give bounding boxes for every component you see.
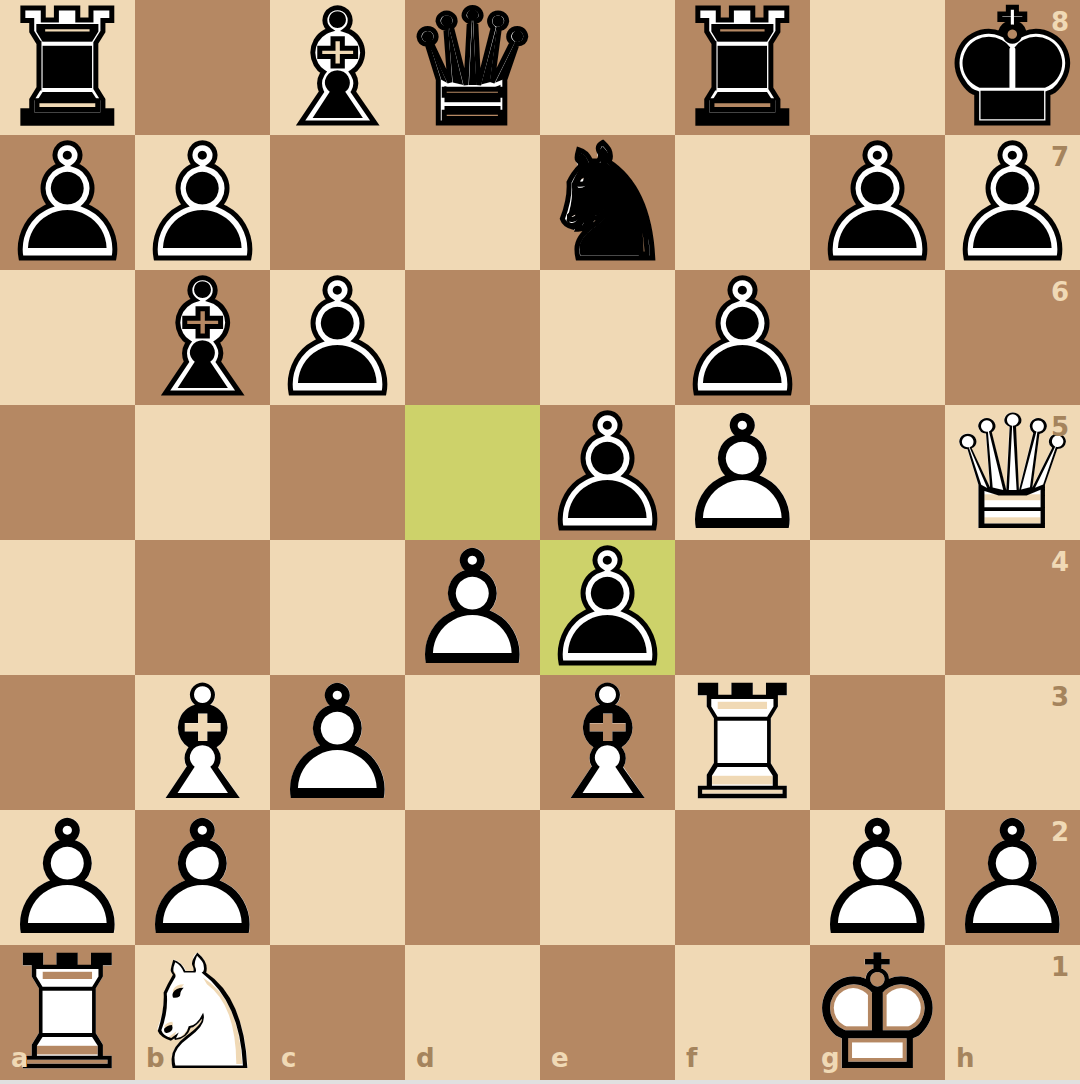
square-e3[interactable]: ♝♗ (540, 675, 675, 810)
square-d7[interactable] (405, 135, 540, 270)
piece-glyph-layer: ♝ (135, 270, 270, 405)
chess-board: ♜♖♜♝♗♝♛♕♛♜♖♜♚♔♚8♟♙♟♟♙♟♞♘♞♟♙♟♟♙♟7♝♗♝♟♙♟♟♙… (0, 0, 1080, 1080)
piece-glyph-layer: ♔ (810, 945, 945, 1080)
piece-glyph-layer: ♙ (675, 270, 810, 405)
square-b4[interactable] (135, 540, 270, 675)
square-c1[interactable]: c (270, 945, 405, 1080)
piece-glyph-layer: ♟ (540, 405, 675, 540)
white-pawn-piece[interactable]: ♟♙ (810, 810, 945, 945)
square-d3[interactable] (405, 675, 540, 810)
white-rook-piece[interactable]: ♜♖ (0, 945, 135, 1080)
black-queen-piece[interactable]: ♛♕♛ (405, 0, 540, 135)
square-h4[interactable]: 4 (945, 540, 1080, 675)
piece-glyph-layer: ♞ (540, 135, 675, 270)
piece-glyph-layer: ♝ (135, 675, 270, 810)
piece-glyph-layer: ♟ (810, 135, 945, 270)
square-e7[interactable]: ♞♘♞ (540, 135, 675, 270)
piece-glyph-layer: ♜ (675, 0, 810, 135)
piece-glyph-layer: ♙ (0, 135, 135, 270)
piece-glyph-layer: ♟ (675, 270, 810, 405)
file-coordinate-h: h (956, 1045, 975, 1071)
black-pawn-piece[interactable]: ♟♙♟ (810, 135, 945, 270)
piece-glyph-layer: ♞ (540, 135, 675, 270)
piece-glyph-layer: ♙ (675, 405, 810, 540)
piece-glyph-layer: ♛ (945, 405, 1080, 540)
piece-glyph-layer: ♟ (270, 675, 405, 810)
square-a4[interactable] (0, 540, 135, 675)
square-d4[interactable]: ♟♙ (405, 540, 540, 675)
piece-glyph-layer: ♙ (810, 135, 945, 270)
piece-glyph-layer: ♟ (540, 405, 675, 540)
piece-glyph-layer: ♖ (0, 945, 135, 1080)
piece-glyph-layer: ♟ (675, 270, 810, 405)
piece-glyph-layer: ♚ (810, 945, 945, 1080)
square-b2[interactable]: ♟♙ (135, 810, 270, 945)
square-f8[interactable]: ♜♖♜ (675, 0, 810, 135)
piece-glyph-layer: ♛ (405, 0, 540, 135)
square-f7[interactable] (675, 135, 810, 270)
square-e6[interactable] (540, 270, 675, 405)
piece-glyph-layer: ♟ (945, 135, 1080, 270)
black-king-piece[interactable]: ♚♔♚ (945, 0, 1080, 135)
square-d8[interactable]: ♛♕♛ (405, 0, 540, 135)
black-knight-piece[interactable]: ♞♘♞ (540, 135, 675, 270)
black-pawn-piece[interactable]: ♟♙♟ (945, 135, 1080, 270)
square-b6[interactable]: ♝♗♝ (135, 270, 270, 405)
piece-glyph-layer: ♝ (135, 270, 270, 405)
rank-coordinate-6: 6 (1051, 279, 1069, 305)
piece-glyph-layer: ♟ (0, 810, 135, 945)
square-h8[interactable]: ♚♔♚8 (945, 0, 1080, 135)
piece-glyph-layer: ♗ (135, 270, 270, 405)
piece-glyph-layer: ♙ (135, 135, 270, 270)
square-c4[interactable] (270, 540, 405, 675)
piece-glyph-layer: ♟ (945, 810, 1080, 945)
piece-glyph-layer: ♟ (135, 810, 270, 945)
file-coordinate-d: d (416, 1045, 435, 1071)
piece-glyph-layer: ♝ (540, 675, 675, 810)
square-d1[interactable]: d (405, 945, 540, 1080)
piece-glyph-layer: ♙ (945, 135, 1080, 270)
square-f1[interactable]: f (675, 945, 810, 1080)
white-bishop-piece[interactable]: ♝♗ (540, 675, 675, 810)
piece-glyph-layer: ♟ (135, 135, 270, 270)
piece-glyph-layer: ♖ (0, 0, 135, 135)
piece-glyph-layer: ♙ (810, 810, 945, 945)
white-queen-piece[interactable]: ♛♕ (945, 405, 1080, 540)
piece-glyph-layer: ♟ (270, 270, 405, 405)
square-g7[interactable]: ♟♙♟ (810, 135, 945, 270)
piece-glyph-layer: ♟ (810, 810, 945, 945)
square-g6[interactable] (810, 270, 945, 405)
square-f5[interactable]: ♟♙ (675, 405, 810, 540)
square-b8[interactable] (135, 0, 270, 135)
square-c5[interactable] (270, 405, 405, 540)
piece-glyph-layer: ♜ (0, 0, 135, 135)
rank-coordinate-1: 1 (1051, 954, 1069, 980)
white-pawn-piece[interactable]: ♟♙ (945, 810, 1080, 945)
piece-glyph-layer: ♚ (945, 0, 1080, 135)
black-rook-piece[interactable]: ♜♖♜ (0, 0, 135, 135)
square-a6[interactable] (0, 270, 135, 405)
square-b3[interactable]: ♝♗ (135, 675, 270, 810)
piece-glyph-layer: ♘ (540, 135, 675, 270)
piece-glyph-layer: ♜ (675, 675, 810, 810)
square-e8[interactable] (540, 0, 675, 135)
square-c3[interactable]: ♟♙ (270, 675, 405, 810)
black-rook-piece[interactable]: ♜♖♜ (675, 0, 810, 135)
piece-glyph-layer: ♟ (0, 135, 135, 270)
file-coordinate-c: c (281, 1045, 296, 1071)
square-g4[interactable] (810, 540, 945, 675)
piece-glyph-layer: ♙ (945, 810, 1080, 945)
square-e5[interactable]: ♟♙♟ (540, 405, 675, 540)
square-g1[interactable]: ♚♔g (810, 945, 945, 1080)
square-a1[interactable]: ♜♖a (0, 945, 135, 1080)
piece-glyph-layer: ♙ (270, 675, 405, 810)
black-pawn-piece[interactable]: ♟♙♟ (270, 270, 405, 405)
square-g8[interactable] (810, 0, 945, 135)
piece-glyph-layer: ♖ (675, 675, 810, 810)
piece-glyph-layer: ♖ (675, 0, 810, 135)
square-g3[interactable] (810, 675, 945, 810)
white-pawn-piece[interactable]: ♟♙ (675, 405, 810, 540)
black-pawn-piece[interactable]: ♟♙♟ (540, 405, 675, 540)
white-knight-piece[interactable]: ♞♘ (135, 945, 270, 1080)
white-king-piece[interactable]: ♚♔ (810, 945, 945, 1080)
white-pawn-piece[interactable]: ♟♙ (0, 810, 135, 945)
piece-glyph-layer: ♞ (135, 945, 270, 1080)
square-c7[interactable] (270, 135, 405, 270)
piece-glyph-layer: ♟ (405, 540, 540, 675)
square-g5[interactable] (810, 405, 945, 540)
black-bishop-piece[interactable]: ♝♗♝ (270, 0, 405, 135)
square-d6[interactable] (405, 270, 540, 405)
page-background-strip (0, 1080, 1080, 1084)
square-f6[interactable]: ♟♙♟ (675, 270, 810, 405)
piece-glyph-layer: ♜ (675, 0, 810, 135)
piece-glyph-layer: ♝ (270, 0, 405, 135)
piece-glyph-layer: ♟ (540, 540, 675, 675)
piece-glyph-layer: ♛ (405, 0, 540, 135)
file-coordinate-f: f (686, 1045, 697, 1071)
square-h5[interactable]: ♛♕5 (945, 405, 1080, 540)
square-f2[interactable] (675, 810, 810, 945)
piece-glyph-layer: ♟ (135, 135, 270, 270)
square-a5[interactable] (0, 405, 135, 540)
white-bishop-piece[interactable]: ♝♗ (135, 675, 270, 810)
square-f3[interactable]: ♜♖ (675, 675, 810, 810)
square-c6[interactable]: ♟♙♟ (270, 270, 405, 405)
square-a3[interactable] (0, 675, 135, 810)
square-b5[interactable] (135, 405, 270, 540)
square-d2[interactable] (405, 810, 540, 945)
black-pawn-piece[interactable]: ♟♙♟ (675, 270, 810, 405)
square-h7[interactable]: ♟♙♟7 (945, 135, 1080, 270)
piece-glyph-layer: ♟ (0, 135, 135, 270)
rank-coordinate-4: 4 (1051, 549, 1069, 575)
white-pawn-piece[interactable]: ♟♙ (405, 540, 540, 675)
piece-glyph-layer: ♙ (540, 405, 675, 540)
piece-glyph-layer: ♙ (540, 540, 675, 675)
square-e2[interactable] (540, 810, 675, 945)
square-h1[interactable]: 1h (945, 945, 1080, 1080)
black-pawn-piece[interactable]: ♟♙♟ (540, 540, 675, 675)
piece-glyph-layer: ♟ (270, 270, 405, 405)
piece-glyph-layer: ♔ (945, 0, 1080, 135)
rank-coordinate-3: 3 (1051, 684, 1069, 710)
white-rook-piece[interactable]: ♜♖ (675, 675, 810, 810)
square-a2[interactable]: ♟♙ (0, 810, 135, 945)
square-a7[interactable]: ♟♙♟ (0, 135, 135, 270)
piece-glyph-layer: ♕ (945, 405, 1080, 540)
square-a8[interactable]: ♜♖♜ (0, 0, 135, 135)
square-e1[interactable]: e (540, 945, 675, 1080)
black-pawn-piece[interactable]: ♟♙♟ (0, 135, 135, 270)
piece-glyph-layer: ♗ (540, 675, 675, 810)
piece-glyph-layer: ♚ (945, 0, 1080, 135)
square-b1[interactable]: ♞♘b (135, 945, 270, 1080)
piece-glyph-layer: ♜ (0, 945, 135, 1080)
square-h6[interactable]: 6 (945, 270, 1080, 405)
square-b7[interactable]: ♟♙♟ (135, 135, 270, 270)
piece-glyph-layer: ♙ (270, 270, 405, 405)
square-c2[interactable] (270, 810, 405, 945)
piece-glyph-layer: ♟ (675, 405, 810, 540)
square-h3[interactable]: 3 (945, 675, 1080, 810)
piece-glyph-layer: ♝ (270, 0, 405, 135)
white-pawn-piece[interactable]: ♟♙ (270, 675, 405, 810)
piece-glyph-layer: ♟ (810, 135, 945, 270)
piece-glyph-layer: ♙ (135, 810, 270, 945)
black-bishop-piece[interactable]: ♝♗♝ (135, 270, 270, 405)
square-d5[interactable] (405, 405, 540, 540)
square-f4[interactable] (675, 540, 810, 675)
piece-glyph-layer: ♗ (270, 0, 405, 135)
file-coordinate-e: e (551, 1045, 569, 1071)
piece-glyph-layer: ♙ (0, 810, 135, 945)
square-g2[interactable]: ♟♙ (810, 810, 945, 945)
piece-glyph-layer: ♕ (405, 0, 540, 135)
black-pawn-piece[interactable]: ♟♙♟ (135, 135, 270, 270)
piece-glyph-layer: ♗ (135, 675, 270, 810)
square-h2[interactable]: ♟♙2 (945, 810, 1080, 945)
piece-glyph-layer: ♟ (540, 540, 675, 675)
white-pawn-piece[interactable]: ♟♙ (135, 810, 270, 945)
piece-glyph-layer: ♙ (405, 540, 540, 675)
square-c8[interactable]: ♝♗♝ (270, 0, 405, 135)
piece-glyph-layer: ♘ (135, 945, 270, 1080)
piece-glyph-layer: ♜ (0, 0, 135, 135)
piece-glyph-layer: ♟ (945, 135, 1080, 270)
square-e4[interactable]: ♟♙♟ (540, 540, 675, 675)
